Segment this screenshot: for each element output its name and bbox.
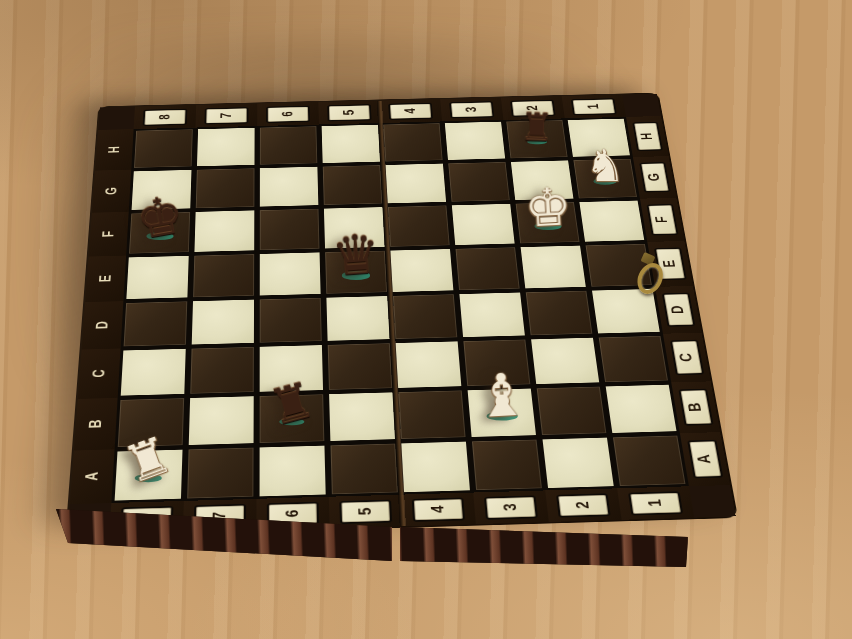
black-queen-e5[interactable]: ♛: [330, 227, 382, 284]
white-king-f2[interactable]: ♚: [523, 180, 572, 234]
black-rook-b6[interactable]: ♜: [264, 375, 319, 434]
white-knight-g1[interactable]: ♞: [586, 143, 625, 187]
black-king-f8[interactable]: ♚: [132, 188, 187, 247]
black-rook-h2[interactable]: ♜: [519, 108, 554, 147]
pieces-layer: ♜♝♚♞♚♛♜♜: [0, 0, 852, 639]
table-surface: 87654321HHGGFFEEDDCCBBAA87654321 ♜♝♚♞♚♛♜…: [0, 0, 852, 639]
white-rook-a8[interactable]: ♜: [118, 428, 178, 492]
white-bishop-b3[interactable]: ♝: [474, 364, 530, 426]
